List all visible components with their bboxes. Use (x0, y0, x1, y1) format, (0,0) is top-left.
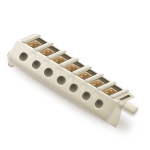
wire-hole (80, 90, 92, 102)
connector-body (6, 28, 141, 131)
face-recess (92, 90, 101, 99)
face-recess (29, 51, 38, 60)
wire-hole (18, 51, 30, 63)
wire-hole (55, 74, 67, 86)
wire-hole (30, 59, 42, 71)
product-photo (0, 0, 150, 150)
face-recess (66, 74, 75, 83)
face-recess (41, 59, 50, 68)
wire-hole (93, 98, 105, 110)
face-recess (79, 82, 88, 91)
face-recess (54, 66, 63, 75)
wire-hole (68, 82, 80, 94)
wire-hole (43, 67, 55, 79)
